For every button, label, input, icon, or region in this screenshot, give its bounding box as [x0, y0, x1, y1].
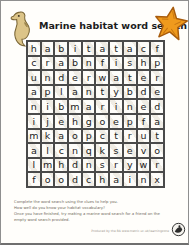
grid-cell[interactable]: o: [41, 172, 55, 187]
grid-cell[interactable]: t: [82, 41, 96, 56]
grid-cell[interactable]: u: [137, 129, 151, 144]
grid-cell[interactable]: r: [150, 158, 164, 173]
grid-cell[interactable]: p: [123, 114, 137, 129]
grid-cell[interactable]: h: [68, 114, 82, 129]
grid-cell[interactable]: u: [27, 70, 41, 85]
grid-cell[interactable]: b: [68, 56, 82, 71]
grid-cell[interactable]: i: [27, 114, 41, 129]
grid-cell[interactable]: n: [123, 99, 137, 114]
grid-cell[interactable]: s: [95, 158, 109, 173]
grid-cell[interactable]: w: [137, 158, 151, 173]
grid-cell[interactable]: c: [82, 172, 96, 187]
grid-cell[interactable]: m: [41, 158, 55, 173]
grid-cell[interactable]: p: [41, 85, 55, 100]
grid-cell[interactable]: c: [137, 41, 151, 56]
grid-cell[interactable]: s: [109, 143, 123, 158]
grid-cell[interactable]: x: [150, 172, 164, 187]
grid-cell[interactable]: l: [54, 85, 68, 100]
grid-cell[interactable]: c: [54, 143, 68, 158]
grid-cell[interactable]: p: [150, 56, 164, 71]
grid-cell[interactable]: c: [95, 129, 109, 144]
grid-cell[interactable]: e: [109, 114, 123, 129]
grid-cell[interactable]: k: [41, 129, 55, 144]
grid-cell[interactable]: h: [54, 158, 68, 173]
grid-cell[interactable]: h: [27, 41, 41, 56]
grid-cell[interactable]: t: [109, 41, 123, 56]
grid-cell[interactable]: t: [150, 129, 164, 144]
grid-cell[interactable]: e: [137, 70, 151, 85]
instruction-line: empty word search provided.: [14, 217, 172, 223]
grid-cell[interactable]: w: [95, 70, 109, 85]
grid-cell[interactable]: r: [95, 99, 109, 114]
grid-cell[interactable]: e: [68, 70, 82, 85]
grid-cell[interactable]: d: [150, 99, 164, 114]
grid-cell[interactable]: m: [27, 129, 41, 144]
grid-cell[interactable]: i: [68, 41, 82, 56]
grid-cell[interactable]: a: [68, 85, 82, 100]
grid-cell[interactable]: r: [123, 129, 137, 144]
instruction-line: Once you have finished, try making a mar…: [14, 211, 172, 217]
grid-cell[interactable]: t: [109, 129, 123, 144]
grid-cell[interactable]: a: [41, 41, 55, 56]
page-title: Marine habitat word search: [39, 20, 157, 31]
grid-cell[interactable]: a: [27, 85, 41, 100]
grid-cell[interactable]: d: [54, 70, 68, 85]
worksheet-page: Marine habitat word search habitatacfcra…: [0, 0, 189, 245]
grid-cell[interactable]: d: [68, 158, 82, 173]
instructions: Complete the word search using the clues…: [14, 199, 172, 223]
grid-cell[interactable]: q: [82, 143, 96, 158]
grid-cell[interactable]: f: [27, 172, 41, 187]
grid-cell[interactable]: a: [123, 41, 137, 56]
grid-cell[interactable]: s: [123, 56, 137, 71]
grid-cell[interactable]: i: [109, 99, 123, 114]
grid-cell[interactable]: e: [123, 143, 137, 158]
grid-cell[interactable]: k: [95, 143, 109, 158]
grid-cell[interactable]: a: [54, 56, 68, 71]
grid-cell[interactable]: o: [68, 129, 82, 144]
grid-cell[interactable]: r: [150, 70, 164, 85]
grid-cell[interactable]: y: [109, 85, 123, 100]
grid-cell[interactable]: a: [27, 143, 41, 158]
grid-cell[interactable]: t: [123, 70, 137, 85]
grid-cell[interactable]: p: [82, 129, 96, 144]
grid-cell[interactable]: r: [41, 56, 55, 71]
grid-cell[interactable]: i: [123, 172, 137, 187]
grid-cell[interactable]: j: [41, 114, 55, 129]
grid-cell[interactable]: l: [41, 143, 55, 158]
grid-cell[interactable]: h: [95, 172, 109, 187]
grid-cell[interactable]: e: [54, 114, 68, 129]
grid-cell[interactable]: v: [137, 143, 151, 158]
grid-cell[interactable]: n: [82, 158, 96, 173]
grid-cell[interactable]: t: [95, 85, 109, 100]
globe-logo-icon: [171, 222, 186, 237]
grid-cell[interactable]: m: [68, 99, 82, 114]
grid-cell[interactable]: a: [150, 114, 164, 129]
footer-credit: Produced by the BA www.metric.uc.uk/lear…: [81, 229, 169, 233]
grid-cell[interactable]: i: [109, 56, 123, 71]
grid-cell[interactable]: e: [137, 99, 151, 114]
grid-cell[interactable]: c: [27, 56, 41, 71]
grid-cell[interactable]: n: [82, 56, 96, 71]
grid-cell[interactable]: b: [123, 85, 137, 100]
grid-cell[interactable]: a: [95, 41, 109, 56]
grid-cell[interactable]: r: [82, 70, 96, 85]
grid-cell[interactable]: d: [137, 85, 151, 100]
grid-cell[interactable]: o: [95, 114, 109, 129]
grid-cell[interactable]: e: [150, 85, 164, 100]
grid-cell[interactable]: n: [27, 99, 41, 114]
grid-cell[interactable]: a: [82, 99, 96, 114]
grid-cell[interactable]: o: [54, 172, 68, 187]
grid-cell[interactable]: f: [137, 114, 151, 129]
word-search-grid: habitatacfcrabnfishpunderwateraplantybde…: [26, 40, 165, 188]
grid-cell[interactable]: f: [150, 41, 164, 56]
grid-cell[interactable]: b: [54, 41, 68, 56]
starfish-icon: [151, 3, 189, 44]
grid-cell[interactable]: o: [150, 143, 164, 158]
grid-cell[interactable]: f: [95, 56, 109, 71]
grid-cell[interactable]: i: [41, 99, 55, 114]
grid-cell[interactable]: y: [123, 158, 137, 173]
grid-cell[interactable]: a: [109, 70, 123, 85]
grid-cell[interactable]: n: [82, 85, 96, 100]
grid-cell[interactable]: h: [137, 56, 151, 71]
grid-cell[interactable]: g: [82, 114, 96, 129]
grid-cell[interactable]: r: [109, 158, 123, 173]
grid-cell[interactable]: a: [109, 172, 123, 187]
grid-cell[interactable]: n: [41, 70, 55, 85]
grid-cell[interactable]: a: [54, 129, 68, 144]
grid-cell[interactable]: n: [137, 172, 151, 187]
grid-cell[interactable]: b: [54, 99, 68, 114]
grid-cell[interactable]: n: [68, 143, 82, 158]
grid-cell[interactable]: l: [27, 158, 41, 173]
grid-cell[interactable]: d: [68, 172, 82, 187]
